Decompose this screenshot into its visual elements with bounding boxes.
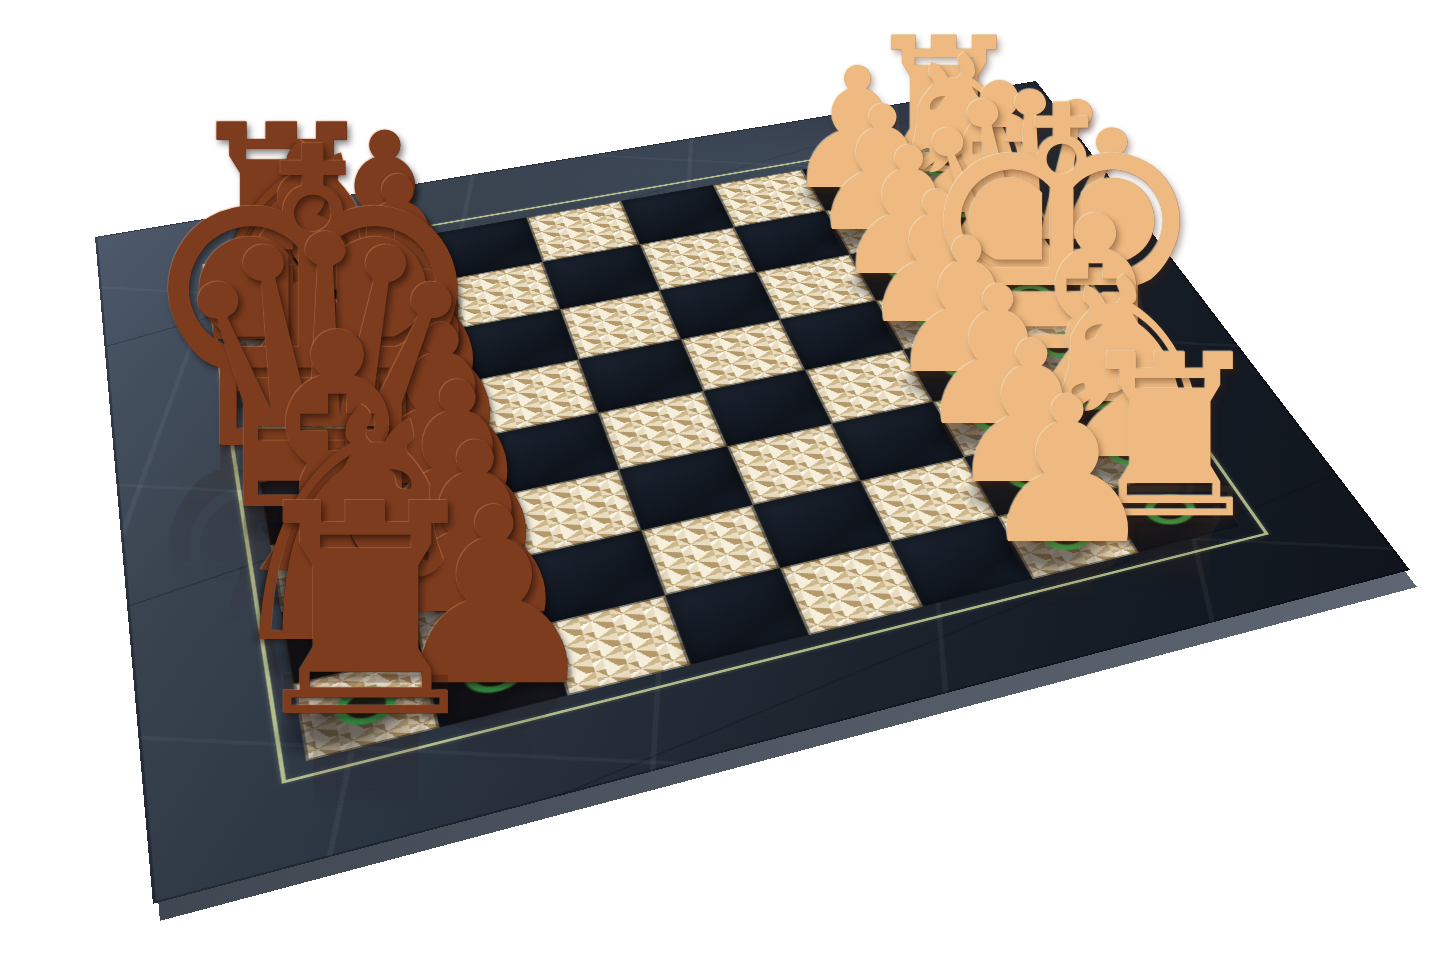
chess-board [95,81,1410,904]
photo-canvas: ♜♜♞♞♝♝♚♚♛♛♝♝♞♞♜♜♟♟♟♟♟♟♟♟♟♟♟♟♟♟♟♟♟♟♟♟♟♟♟♟… [0,0,1445,966]
